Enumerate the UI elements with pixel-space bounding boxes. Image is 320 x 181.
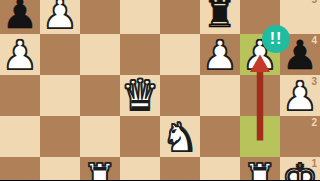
square-b3[interactable] — [40, 75, 80, 116]
square-e4[interactable] — [160, 34, 200, 75]
black-rook[interactable]: ♜ — [203, 0, 237, 33]
white-pawn[interactable]: ♟ — [42, 0, 78, 34]
rank-label-3: 3 — [311, 76, 317, 87]
square-b4[interactable] — [40, 34, 80, 75]
square-g1[interactable]: ♜ — [240, 157, 280, 180]
square-d1[interactable] — [120, 157, 160, 180]
rank-label-1: 1 — [311, 158, 317, 169]
square-d2[interactable] — [120, 116, 160, 157]
square-e1[interactable] — [160, 157, 200, 180]
square-c3[interactable] — [80, 75, 120, 116]
square-f3[interactable] — [200, 75, 240, 116]
square-e2[interactable]: ♞ — [160, 116, 200, 157]
square-e3[interactable] — [160, 75, 200, 116]
chess-board-region: ♟♟♜5♟♟♟♟4♛♟3♞2♜♜♚1 !! — [0, 0, 320, 180]
square-f5[interactable]: ♜ — [200, 0, 240, 34]
rank-label-2: 2 — [311, 117, 317, 128]
black-pawn[interactable]: ♟ — [2, 0, 38, 34]
square-h3[interactable]: ♟3 — [280, 75, 320, 116]
square-c5[interactable] — [80, 0, 120, 34]
square-a3[interactable] — [0, 75, 40, 116]
white-pawn[interactable]: ♟ — [202, 35, 238, 75]
white-rook[interactable]: ♜ — [243, 159, 277, 181]
white-knight[interactable]: ♞ — [162, 117, 198, 157]
square-d3[interactable]: ♛ — [120, 75, 160, 116]
square-d5[interactable] — [120, 0, 160, 34]
square-a4[interactable]: ♟ — [0, 34, 40, 75]
square-d4[interactable] — [120, 34, 160, 75]
square-a5[interactable]: ♟ — [0, 0, 40, 34]
square-c1[interactable]: ♜ — [80, 157, 120, 180]
rank-label-4: 4 — [311, 35, 317, 46]
square-b1[interactable] — [40, 157, 80, 180]
square-h1[interactable]: ♚1 — [280, 157, 320, 180]
rank-label-5: 5 — [311, 0, 317, 5]
square-f1[interactable] — [200, 157, 240, 180]
square-f2[interactable] — [200, 116, 240, 157]
square-a2[interactable] — [0, 116, 40, 157]
square-e5[interactable] — [160, 0, 200, 34]
brilliant-badge: !! — [262, 25, 290, 53]
white-rook[interactable]: ♜ — [83, 159, 117, 181]
white-pawn[interactable]: ♟ — [2, 35, 38, 75]
square-g3[interactable] — [240, 75, 280, 116]
square-c4[interactable] — [80, 34, 120, 75]
square-g2[interactable] — [240, 116, 280, 157]
square-a1[interactable] — [0, 157, 40, 180]
square-h2[interactable]: 2 — [280, 116, 320, 157]
square-b5[interactable]: ♟ — [40, 0, 80, 34]
square-c2[interactable] — [80, 116, 120, 157]
square-b2[interactable] — [40, 116, 80, 157]
square-f4[interactable]: ♟ — [200, 34, 240, 75]
white-queen[interactable]: ♛ — [121, 74, 160, 117]
